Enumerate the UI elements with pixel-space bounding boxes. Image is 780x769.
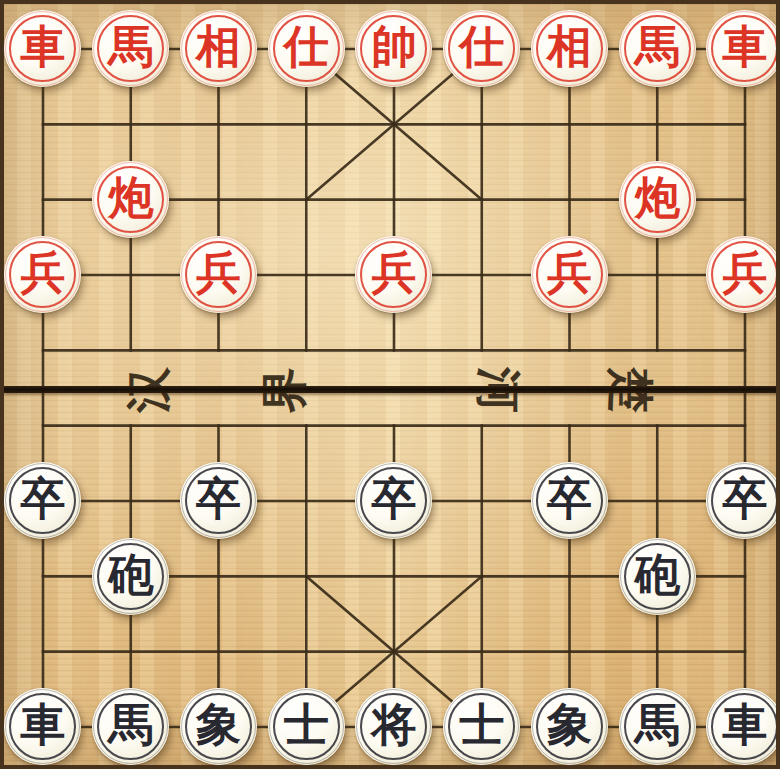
- piece-red-soldier[interactable]: 兵: [180, 236, 257, 313]
- piece-red-horse[interactable]: 馬: [619, 10, 696, 87]
- piece-black-advisor[interactable]: 士: [443, 688, 520, 765]
- piece-glyph: 車: [722, 25, 767, 70]
- piece-glyph: 仕: [284, 25, 329, 70]
- piece-red-soldier[interactable]: 兵: [4, 236, 81, 313]
- piece-red-chariot[interactable]: 車: [4, 10, 81, 87]
- piece-red-cannon[interactable]: 炮: [619, 161, 696, 238]
- piece-glyph: 相: [196, 25, 241, 70]
- piece-black-advisor[interactable]: 士: [268, 688, 345, 765]
- piece-red-elephant[interactable]: 相: [180, 10, 257, 87]
- piece-red-elephant[interactable]: 相: [531, 10, 608, 87]
- piece-black-soldier[interactable]: 卒: [180, 462, 257, 539]
- piece-glyph: 卒: [196, 477, 241, 522]
- piece-layer: 車馬相仕帥仕相馬車炮炮兵兵兵兵兵卒卒卒卒卒砲砲車馬象士将士象馬車: [0, 11, 780, 764]
- xiangqi-board[interactable]: 汉界河楚 車馬相仕帥仕相馬車炮炮兵兵兵兵兵卒卒卒卒卒砲砲車馬象士将士象馬車: [0, 0, 780, 769]
- piece-black-horse[interactable]: 馬: [619, 688, 696, 765]
- piece-glyph: 馬: [108, 25, 153, 70]
- piece-glyph: 兵: [20, 251, 65, 296]
- piece-black-general[interactable]: 将: [355, 688, 432, 765]
- piece-glyph: 兵: [547, 251, 592, 296]
- piece-glyph: 馬: [635, 25, 680, 70]
- piece-glyph: 車: [20, 25, 65, 70]
- piece-glyph: 卒: [547, 477, 592, 522]
- piece-glyph: 象: [547, 703, 592, 748]
- piece-glyph: 炮: [635, 176, 680, 221]
- piece-glyph: 象: [196, 703, 241, 748]
- piece-glyph: 卒: [371, 477, 416, 522]
- piece-black-soldier[interactable]: 卒: [355, 462, 432, 539]
- piece-red-soldier[interactable]: 兵: [531, 236, 608, 313]
- piece-black-cannon[interactable]: 砲: [619, 538, 696, 615]
- piece-glyph: 兵: [371, 251, 416, 296]
- piece-glyph: 馬: [635, 703, 680, 748]
- piece-red-soldier[interactable]: 兵: [355, 236, 432, 313]
- piece-glyph: 士: [459, 703, 504, 748]
- piece-glyph: 帥: [371, 25, 416, 70]
- piece-glyph: 砲: [635, 553, 680, 598]
- piece-black-soldier[interactable]: 卒: [4, 462, 81, 539]
- piece-glyph: 将: [371, 703, 416, 748]
- piece-black-elephant[interactable]: 象: [180, 688, 257, 765]
- piece-red-chariot[interactable]: 車: [706, 10, 780, 87]
- piece-glyph: 兵: [196, 251, 241, 296]
- piece-black-chariot[interactable]: 車: [706, 688, 780, 765]
- piece-glyph: 仕: [459, 25, 504, 70]
- piece-red-advisor[interactable]: 仕: [268, 10, 345, 87]
- piece-black-chariot[interactable]: 車: [4, 688, 81, 765]
- piece-black-elephant[interactable]: 象: [531, 688, 608, 765]
- piece-red-soldier[interactable]: 兵: [706, 236, 780, 313]
- piece-black-soldier[interactable]: 卒: [706, 462, 780, 539]
- piece-glyph: 兵: [722, 251, 767, 296]
- piece-glyph: 砲: [108, 553, 153, 598]
- piece-black-cannon[interactable]: 砲: [92, 538, 169, 615]
- piece-glyph: 車: [20, 703, 65, 748]
- piece-glyph: 卒: [20, 477, 65, 522]
- piece-glyph: 馬: [108, 703, 153, 748]
- piece-glyph: 士: [284, 703, 329, 748]
- piece-red-advisor[interactable]: 仕: [443, 10, 520, 87]
- piece-red-horse[interactable]: 馬: [92, 10, 169, 87]
- piece-red-cannon[interactable]: 炮: [92, 161, 169, 238]
- piece-glyph: 卒: [722, 477, 767, 522]
- piece-black-horse[interactable]: 馬: [92, 688, 169, 765]
- piece-glyph: 車: [722, 703, 767, 748]
- piece-glyph: 炮: [108, 176, 153, 221]
- piece-red-general[interactable]: 帥: [355, 10, 432, 87]
- piece-black-soldier[interactable]: 卒: [531, 462, 608, 539]
- piece-glyph: 相: [547, 25, 592, 70]
